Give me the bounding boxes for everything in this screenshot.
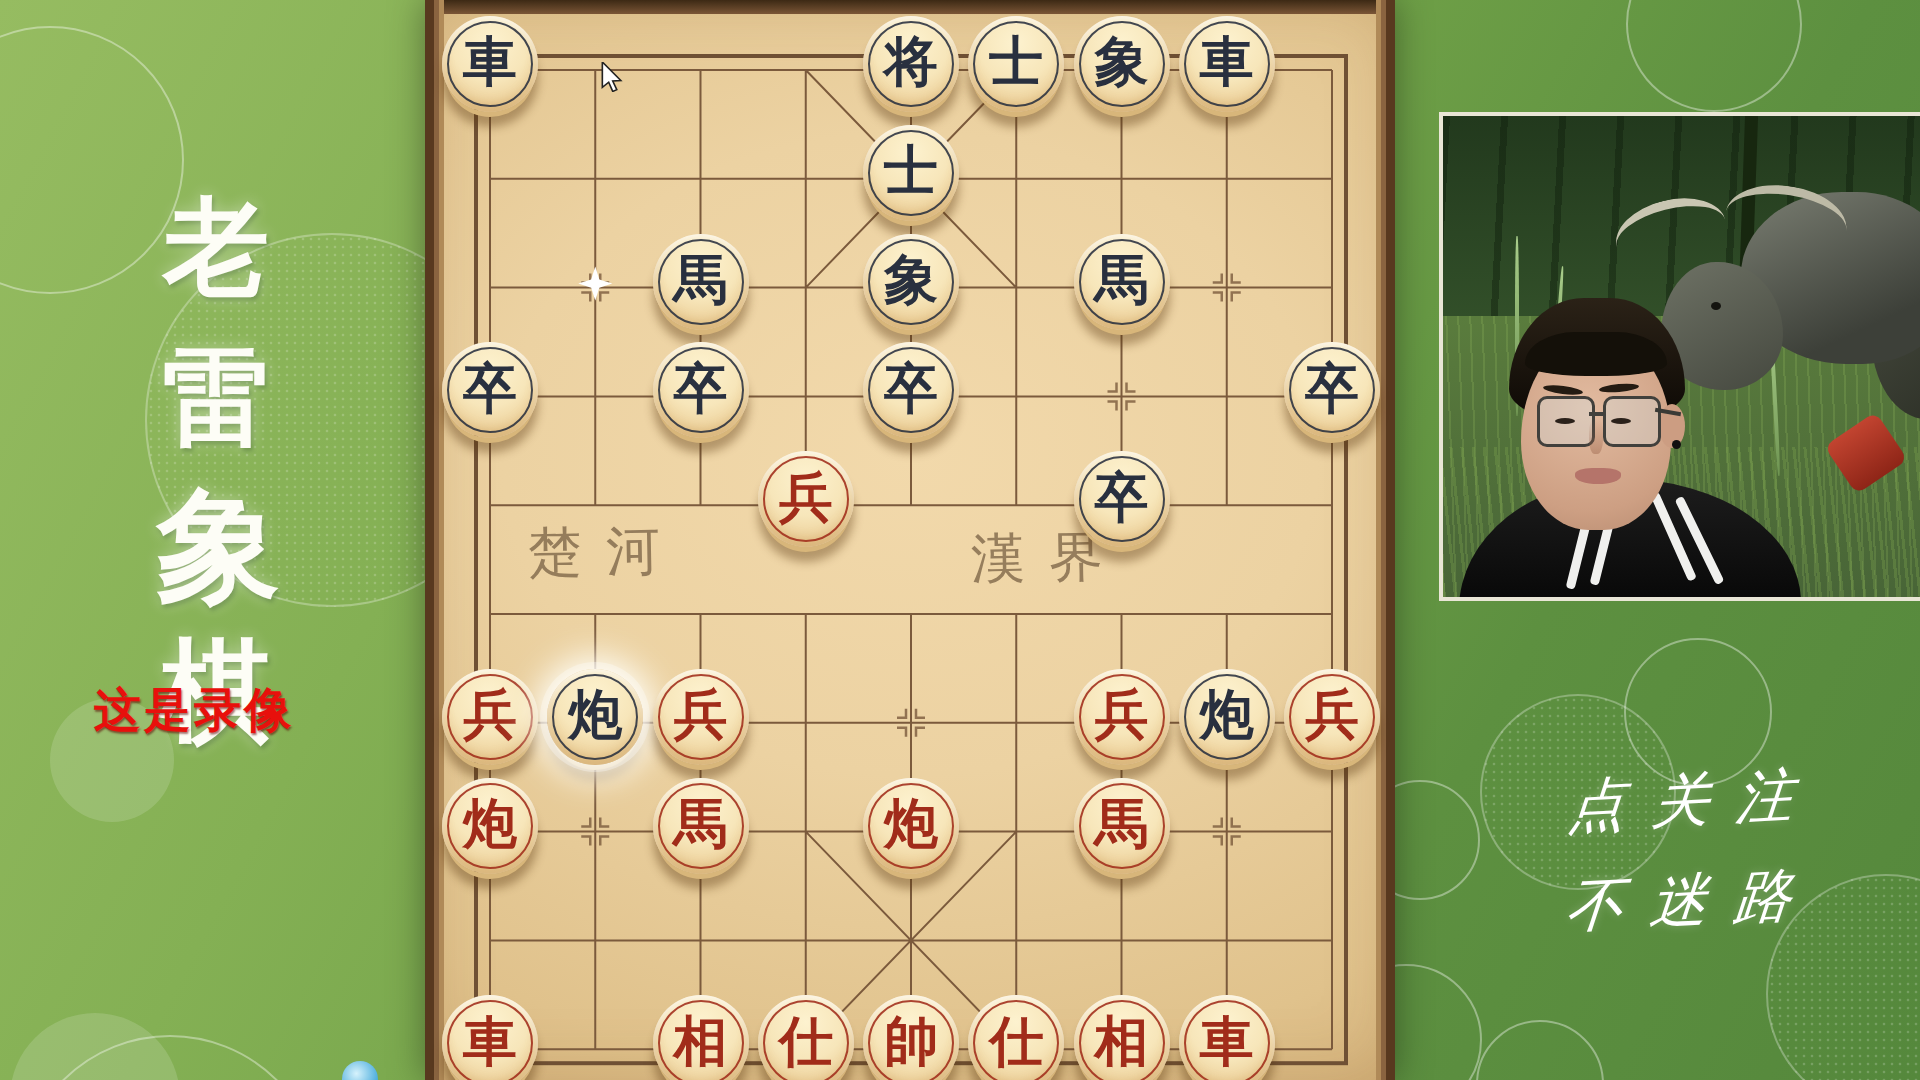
- title-char-1: 老: [156, 196, 276, 302]
- piece-glyph: 兵: [463, 688, 517, 745]
- streamer-eye: [1611, 418, 1631, 424]
- piece-red-兵[interactable]: 兵: [653, 669, 749, 765]
- piece-glyph: 車: [463, 1015, 517, 1072]
- piece-black-卒[interactable]: 卒: [653, 342, 749, 438]
- recording-watermark: 这是录像: [94, 679, 294, 742]
- piece-glyph: 馬: [674, 797, 728, 854]
- piece-red-相[interactable]: 相: [653, 995, 749, 1080]
- piece-red-炮[interactable]: 炮: [863, 778, 959, 874]
- piece-glyph: 象: [884, 253, 938, 310]
- piece-black-卒[interactable]: 卒: [442, 342, 538, 438]
- piece-red-仕[interactable]: 仕: [968, 995, 1064, 1080]
- piece-red-馬[interactable]: 馬: [1074, 778, 1170, 874]
- streamer-nose: [1589, 418, 1603, 454]
- piece-black-炮[interactable]: 炮: [1179, 669, 1275, 765]
- piece-black-象[interactable]: 象: [1074, 16, 1170, 112]
- piece-red-炮[interactable]: 炮: [442, 778, 538, 874]
- piece-glyph: 兵: [779, 471, 833, 528]
- piece-glyph: 馬: [674, 253, 728, 310]
- piece-glyph: 士: [884, 144, 938, 201]
- piece-black-卒[interactable]: 卒: [1284, 342, 1380, 438]
- piece-red-車[interactable]: 車: [1179, 995, 1275, 1080]
- buffalo-main: [1653, 174, 1920, 409]
- decor-circle: [1626, 0, 1802, 112]
- decor-circle: [1476, 1020, 1604, 1080]
- piece-black-士[interactable]: 士: [968, 16, 1064, 112]
- piece-glyph: 卒: [463, 362, 517, 419]
- streamer-earring: [1672, 440, 1681, 449]
- piece-glyph: 兵: [1305, 688, 1359, 745]
- xiangqi-board[interactable]: 楚河 漢界 車将士象車士馬象馬卒卒卒卒卒兵兵炮兵兵炮兵炮馬炮馬車相仕帥仕相車: [425, 0, 1395, 1080]
- buffalo-eye: [1711, 302, 1721, 310]
- piece-glyph: 仕: [779, 1015, 833, 1072]
- piece-black-士[interactable]: 士: [863, 125, 959, 221]
- bottom-blue-icon[interactable]: [342, 1061, 378, 1080]
- piece-glyph: 卒: [1305, 362, 1359, 419]
- piece-glyph: 炮: [884, 797, 938, 854]
- piece-black-車[interactable]: 車: [442, 16, 538, 112]
- piece-black-将[interactable]: 将: [863, 16, 959, 112]
- piece-glyph: 炮: [463, 797, 517, 854]
- piece-glyph: 炮: [1200, 688, 1254, 745]
- piece-glyph: 相: [1095, 1015, 1149, 1072]
- piece-red-仕[interactable]: 仕: [758, 995, 854, 1080]
- piece-glyph: 車: [1200, 35, 1254, 92]
- cta-line-2: 不迷路: [1563, 855, 1822, 947]
- streamer-mouth: [1575, 468, 1621, 484]
- piece-glyph: 卒: [884, 362, 938, 419]
- piece-glyph: 卒: [674, 362, 728, 419]
- piece-red-帥[interactable]: 帥: [863, 995, 959, 1080]
- piece-black-卒[interactable]: 卒: [863, 342, 959, 438]
- streamer-hairline: [1525, 332, 1667, 376]
- piece-red-相[interactable]: 相: [1074, 995, 1170, 1080]
- title-char-3: 象: [156, 486, 276, 610]
- glasses-bridge: [1589, 412, 1605, 416]
- piece-glyph: 帥: [884, 1015, 938, 1072]
- piece-glyph: 馬: [1095, 797, 1149, 854]
- piece-black-馬[interactable]: 馬: [653, 234, 749, 330]
- piece-glyph: 車: [1200, 1015, 1254, 1072]
- piece-red-馬[interactable]: 馬: [653, 778, 749, 874]
- move-origin-sparkle: [578, 267, 612, 301]
- mouse-cursor: [598, 62, 624, 92]
- piece-glyph: 士: [989, 35, 1043, 92]
- webcam-panel: [1439, 112, 1920, 601]
- piece-glyph: 象: [1095, 35, 1149, 92]
- piece-black-馬[interactable]: 馬: [1074, 234, 1170, 330]
- piece-red-兵[interactable]: 兵: [1284, 669, 1380, 765]
- piece-red-兵[interactable]: 兵: [758, 451, 854, 547]
- decor-circle: [18, 1035, 322, 1080]
- piece-glyph: 兵: [674, 688, 728, 745]
- piece-glyph: 馬: [1095, 253, 1149, 310]
- board-frame-top: [425, 0, 1395, 14]
- piece-glyph: 相: [674, 1015, 728, 1072]
- board-intersections-grid[interactable]: 車将士象車士馬象馬卒卒卒卒卒兵兵炮兵兵炮兵炮馬炮馬車相仕帥仕相車: [437, 16, 1384, 1080]
- piece-red-車[interactable]: 車: [442, 995, 538, 1080]
- piece-black-車[interactable]: 車: [1179, 16, 1275, 112]
- piece-glyph: 将: [884, 35, 938, 92]
- piece-red-兵[interactable]: 兵: [442, 669, 538, 765]
- piece-red-兵[interactable]: 兵: [1074, 669, 1170, 765]
- streamer-eye: [1555, 418, 1575, 424]
- channel-title: 老 雷 象 棋: [156, 196, 276, 748]
- piece-glyph: 卒: [1095, 471, 1149, 528]
- piece-glyph: 車: [463, 35, 517, 92]
- piece-black-炮[interactable]: 炮: [547, 669, 643, 765]
- piece-glyph: 炮: [568, 688, 622, 745]
- piece-glyph: 仕: [989, 1015, 1043, 1072]
- piece-black-象[interactable]: 象: [863, 234, 959, 330]
- decor-circle: [10, 1013, 180, 1080]
- streamer-head: [1507, 306, 1687, 546]
- piece-black-卒[interactable]: 卒: [1074, 451, 1170, 547]
- title-char-2: 雷: [156, 346, 276, 452]
- cta-line-1: 点关注: [1565, 755, 1824, 847]
- piece-glyph: 兵: [1095, 688, 1149, 745]
